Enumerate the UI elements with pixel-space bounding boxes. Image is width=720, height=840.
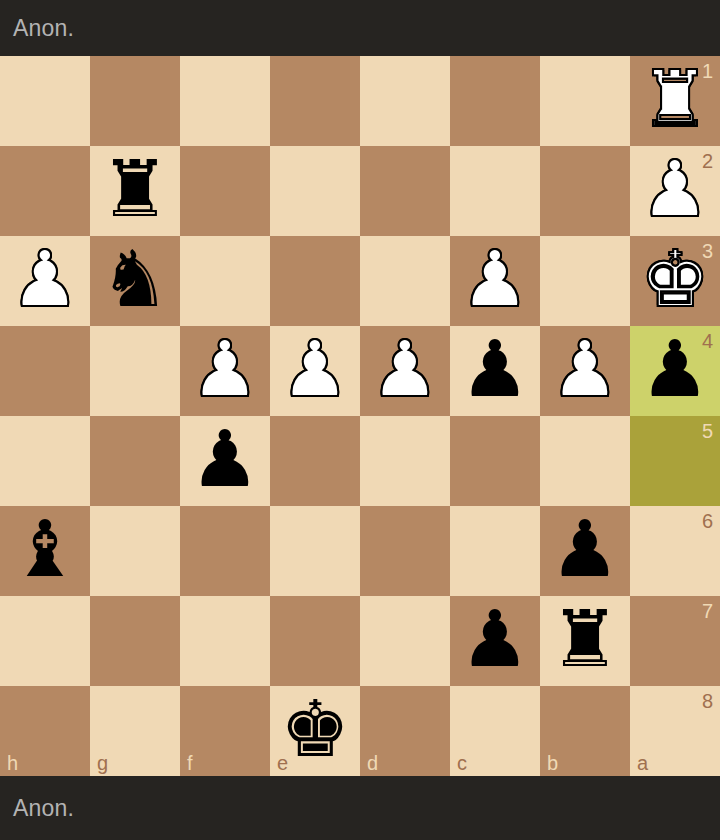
square-g2[interactable]: ♜ xyxy=(90,146,180,236)
square-d5[interactable] xyxy=(360,416,450,506)
square-h4[interactable] xyxy=(0,326,90,416)
file-label-c: c xyxy=(457,753,467,773)
square-a8[interactable]: 8a xyxy=(630,686,720,776)
piece-black-rook[interactable]: ♜ xyxy=(550,594,620,684)
player-bar-top: Anon. xyxy=(0,0,720,56)
square-d3[interactable] xyxy=(360,236,450,326)
square-e6[interactable] xyxy=(270,506,360,596)
square-h1[interactable] xyxy=(0,56,90,146)
square-f7[interactable] xyxy=(180,596,270,686)
square-b6[interactable]: ♟ xyxy=(540,506,630,596)
square-f4[interactable]: ♟ xyxy=(180,326,270,416)
square-f3[interactable] xyxy=(180,236,270,326)
square-b2[interactable] xyxy=(540,146,630,236)
square-a4[interactable]: 4♟ xyxy=(630,326,720,416)
square-c6[interactable] xyxy=(450,506,540,596)
square-g5[interactable] xyxy=(90,416,180,506)
square-h7[interactable] xyxy=(0,596,90,686)
square-g7[interactable] xyxy=(90,596,180,686)
square-d7[interactable] xyxy=(360,596,450,686)
file-label-a: a xyxy=(637,753,648,773)
piece-black-rook[interactable]: ♜ xyxy=(100,144,170,234)
piece-black-king[interactable]: ♚ xyxy=(280,684,350,774)
square-a1[interactable]: 1♜ xyxy=(630,56,720,146)
player-name-top: Anon. xyxy=(13,15,74,42)
player-bar-bottom: Anon. xyxy=(0,776,720,840)
piece-white-pawn[interactable]: ♟ xyxy=(550,324,620,414)
piece-white-pawn[interactable]: ♟ xyxy=(640,144,710,234)
square-h6[interactable]: ♝ xyxy=(0,506,90,596)
square-b1[interactable] xyxy=(540,56,630,146)
rank-label-7: 7 xyxy=(702,601,713,621)
square-b5[interactable] xyxy=(540,416,630,506)
piece-black-pawn[interactable]: ♟ xyxy=(460,594,530,684)
square-a7[interactable]: 7 xyxy=(630,596,720,686)
piece-white-pawn[interactable]: ♟ xyxy=(190,324,260,414)
square-h3[interactable]: ♟ xyxy=(0,236,90,326)
file-label-f: f xyxy=(187,753,193,773)
file-label-h: h xyxy=(7,753,18,773)
square-e4[interactable]: ♟ xyxy=(270,326,360,416)
square-d4[interactable]: ♟ xyxy=(360,326,450,416)
square-c4[interactable]: ♟ xyxy=(450,326,540,416)
square-d1[interactable] xyxy=(360,56,450,146)
square-c5[interactable] xyxy=(450,416,540,506)
piece-black-pawn[interactable]: ♟ xyxy=(550,504,620,594)
player-name-bottom: Anon. xyxy=(13,795,74,822)
square-g1[interactable] xyxy=(90,56,180,146)
square-f6[interactable] xyxy=(180,506,270,596)
chess-board[interactable]: 1♜♜2♟♟♞♟3♚♟♟♟♟♟4♟♟5♝♟6♟♜7hgfe♚dcb8a xyxy=(0,56,720,776)
square-f5[interactable]: ♟ xyxy=(180,416,270,506)
square-d8[interactable]: d xyxy=(360,686,450,776)
piece-black-bishop[interactable]: ♝ xyxy=(10,504,80,594)
square-e8[interactable]: e♚ xyxy=(270,686,360,776)
square-f1[interactable] xyxy=(180,56,270,146)
piece-white-pawn[interactable]: ♟ xyxy=(460,234,530,324)
piece-white-pawn[interactable]: ♟ xyxy=(280,324,350,414)
square-b7[interactable]: ♜ xyxy=(540,596,630,686)
piece-white-king[interactable]: ♚ xyxy=(640,234,710,324)
square-d2[interactable] xyxy=(360,146,450,236)
square-a3[interactable]: 3♚ xyxy=(630,236,720,326)
piece-black-knight[interactable]: ♞ xyxy=(100,234,170,324)
square-c1[interactable] xyxy=(450,56,540,146)
square-f2[interactable] xyxy=(180,146,270,236)
square-a2[interactable]: 2♟ xyxy=(630,146,720,236)
file-label-d: d xyxy=(367,753,378,773)
piece-black-pawn[interactable]: ♟ xyxy=(190,414,260,504)
square-h5[interactable] xyxy=(0,416,90,506)
square-e1[interactable] xyxy=(270,56,360,146)
square-b8[interactable]: b xyxy=(540,686,630,776)
square-e5[interactable] xyxy=(270,416,360,506)
square-g6[interactable] xyxy=(90,506,180,596)
square-c2[interactable] xyxy=(450,146,540,236)
piece-black-pawn[interactable]: ♟ xyxy=(640,324,710,414)
square-a6[interactable]: 6 xyxy=(630,506,720,596)
piece-white-rook[interactable]: ♜ xyxy=(640,54,710,144)
square-f8[interactable]: f xyxy=(180,686,270,776)
rank-label-5: 5 xyxy=(702,421,713,441)
square-d6[interactable] xyxy=(360,506,450,596)
square-e2[interactable] xyxy=(270,146,360,236)
chess-app: Anon. 1♜♜2♟♟♞♟3♚♟♟♟♟♟4♟♟5♝♟6♟♜7hgfe♚dcb8… xyxy=(0,0,720,840)
square-b3[interactable] xyxy=(540,236,630,326)
square-e3[interactable] xyxy=(270,236,360,326)
piece-white-pawn[interactable]: ♟ xyxy=(370,324,440,414)
piece-white-pawn[interactable]: ♟ xyxy=(10,234,80,324)
file-label-b: b xyxy=(547,753,558,773)
file-label-g: g xyxy=(97,753,108,773)
square-b4[interactable]: ♟ xyxy=(540,326,630,416)
square-h8[interactable]: h xyxy=(0,686,90,776)
square-g3[interactable]: ♞ xyxy=(90,236,180,326)
square-c7[interactable]: ♟ xyxy=(450,596,540,686)
rank-label-6: 6 xyxy=(702,511,713,531)
square-g4[interactable] xyxy=(90,326,180,416)
square-a5[interactable]: 5 xyxy=(630,416,720,506)
square-e7[interactable] xyxy=(270,596,360,686)
square-g8[interactable]: g xyxy=(90,686,180,776)
square-h2[interactable] xyxy=(0,146,90,236)
piece-black-pawn[interactable]: ♟ xyxy=(460,324,530,414)
square-c8[interactable]: c xyxy=(450,686,540,776)
rank-label-8: 8 xyxy=(702,691,713,711)
square-c3[interactable]: ♟ xyxy=(450,236,540,326)
